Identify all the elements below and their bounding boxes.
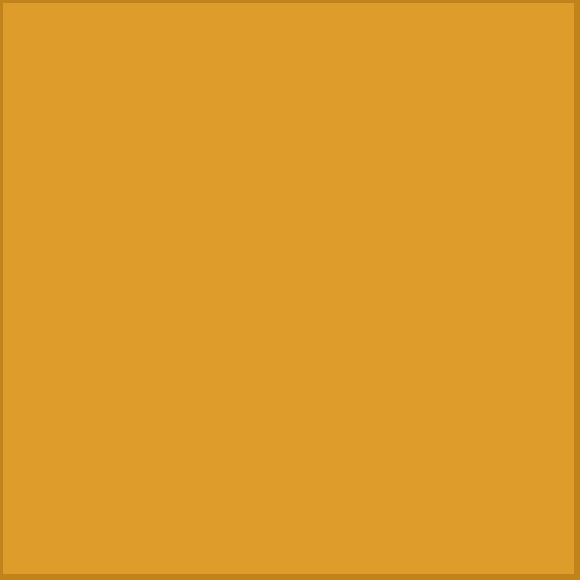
board-frame — [0, 0, 580, 580]
go-board[interactable] — [0, 0, 580, 580]
